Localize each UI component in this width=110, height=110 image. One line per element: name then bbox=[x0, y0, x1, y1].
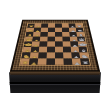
chess-set-photo: ♜♟♟♜♞♟♟♞♝♟♟♝♛♟♟♛♚♟♟♚♝♟♟♝♞♟♟♞♜♟♟♜ bbox=[4, 12, 106, 71]
square-h3 bbox=[38, 58, 47, 64]
piece-white-pawn: ♟ bbox=[30, 62, 37, 65]
case-lid-seam bbox=[9, 82, 101, 85]
piece-black-rook: ♜ bbox=[81, 61, 89, 65]
piece-black-pawn: ♟ bbox=[73, 62, 80, 65]
piece-white-rook: ♜ bbox=[21, 61, 29, 65]
chess-case-box bbox=[9, 72, 101, 93]
square-h4 bbox=[46, 58, 55, 64]
square-h5 bbox=[55, 58, 64, 64]
chessboard-squares: ♜♟♟♜♞♟♟♞♝♟♟♝♛♟♟♛♚♟♟♚♝♟♟♝♞♟♟♞♜♟♟♜ bbox=[19, 23, 91, 66]
square-h8: ♜ bbox=[80, 58, 90, 64]
chessboard: ♜♟♟♜♞♟♟♞♝♟♟♝♛♟♟♛♚♟♟♚♝♟♟♝♞♟♟♞♜♟♟♜ bbox=[11, 20, 99, 71]
